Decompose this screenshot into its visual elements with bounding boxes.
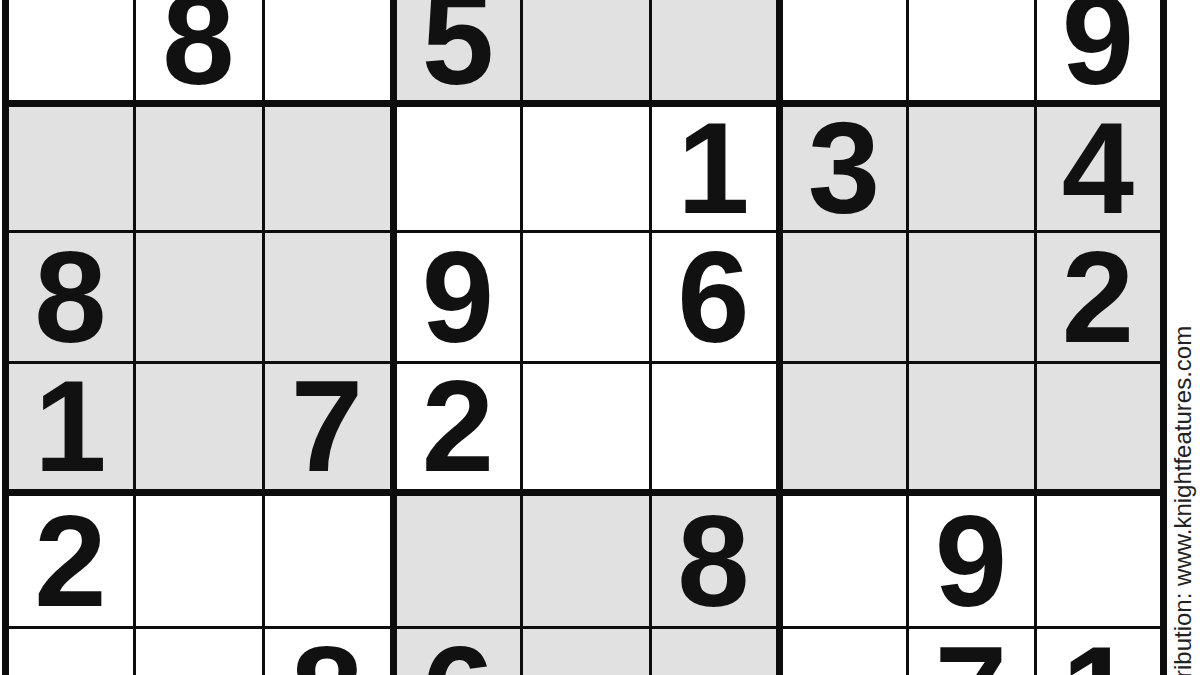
given-digit: 7 [291, 361, 363, 491]
cell-r3c3[interactable] [265, 233, 390, 361]
cell-r5c6[interactable]: 8 [652, 496, 776, 626]
given-digit: 9 [422, 232, 494, 362]
cell-r2c2[interactable] [136, 107, 262, 230]
cell-r3c9[interactable]: 2 [1037, 233, 1160, 361]
cell-r2c9[interactable]: 4 [1037, 107, 1160, 230]
cell-r4c9[interactable] [1037, 364, 1160, 489]
cell-r3c1[interactable]: 8 [9, 233, 133, 361]
given-digit: 9 [935, 496, 1007, 626]
cell-r1c7[interactable] [783, 0, 906, 100]
cell-r3c8[interactable] [909, 233, 1034, 361]
cell-r2c6[interactable]: 1 [652, 107, 776, 230]
cell-r5c7[interactable] [783, 496, 906, 626]
given-digit: 7 [935, 627, 1007, 675]
cell-r5c4[interactable] [397, 496, 520, 626]
cell-r1c2[interactable]: 8 [136, 0, 262, 100]
given-digit: 8 [677, 496, 749, 626]
given-digit: 2 [422, 361, 494, 491]
cell-r1c4[interactable]: 5 [397, 0, 520, 100]
given-digit: 1 [1062, 627, 1134, 675]
given-digit: 9 [1062, 0, 1134, 104]
cell-r1c8[interactable] [909, 0, 1034, 100]
cell-r6c9[interactable]: 1 [1037, 629, 1160, 675]
cell-r5c2[interactable] [136, 496, 262, 626]
cell-r5c9[interactable] [1037, 496, 1160, 626]
cell-r6c8[interactable]: 7 [909, 629, 1034, 675]
cell-r3c2[interactable] [136, 233, 262, 361]
given-digit: 2 [1062, 232, 1134, 362]
cell-r2c1[interactable] [9, 107, 133, 230]
given-digit: 2 [34, 496, 106, 626]
given-digit: 5 [422, 0, 494, 104]
given-digit: 8 [291, 627, 363, 675]
cell-r5c1[interactable]: 2 [9, 496, 133, 626]
given-digit: 8 [34, 232, 106, 362]
given-digit: 6 [422, 627, 494, 675]
cell-r2c7[interactable]: 3 [783, 107, 906, 230]
cell-r2c4[interactable] [397, 107, 520, 230]
cell-r5c8[interactable]: 9 [909, 496, 1034, 626]
given-digit: 4 [1062, 103, 1134, 233]
cell-r2c8[interactable] [909, 107, 1034, 230]
cell-r1c9[interactable]: 9 [1037, 0, 1160, 100]
cell-r1c3[interactable] [265, 0, 390, 100]
credit-text: ribution: www.knightfeatures.com [1170, 258, 1196, 675]
given-digit: 1 [677, 103, 749, 233]
cell-r6c6[interactable] [652, 629, 776, 675]
cell-r3c5[interactable] [523, 233, 649, 361]
given-digit: 1 [34, 361, 106, 491]
sudoku-board: 85913489621722898671 [2, 0, 1167, 675]
cell-r4c7[interactable] [783, 364, 906, 489]
cell-r4c5[interactable] [523, 364, 649, 489]
cell-r4c3[interactable]: 7 [265, 364, 390, 489]
cell-r6c5[interactable] [523, 629, 649, 675]
sudoku-screenshot: 85913489621722898671 ribution: www.knigh… [0, 0, 1200, 675]
given-digit: 3 [808, 103, 880, 233]
cell-r6c7[interactable] [783, 629, 906, 675]
cell-r1c1[interactable] [9, 0, 133, 100]
cell-r5c3[interactable] [265, 496, 390, 626]
cell-r6c1[interactable] [9, 629, 133, 675]
cell-r1c6[interactable] [652, 0, 776, 100]
cell-r6c3[interactable]: 8 [265, 629, 390, 675]
cell-r3c4[interactable]: 9 [397, 233, 520, 361]
cell-r4c8[interactable] [909, 364, 1034, 489]
cell-r1c5[interactable] [523, 0, 649, 100]
given-digit: 8 [162, 0, 234, 104]
cell-r4c4[interactable]: 2 [397, 364, 520, 489]
cell-r3c7[interactable] [783, 233, 906, 361]
cell-r5c5[interactable] [523, 496, 649, 626]
cell-r4c1[interactable]: 1 [9, 364, 133, 489]
given-digit: 6 [677, 232, 749, 362]
cell-r4c6[interactable] [652, 364, 776, 489]
cell-r2c3[interactable] [265, 107, 390, 230]
cell-r4c2[interactable] [136, 364, 262, 489]
cell-r2c5[interactable] [523, 107, 649, 230]
cell-r3c6[interactable]: 6 [652, 233, 776, 361]
cell-r6c2[interactable] [136, 629, 262, 675]
cell-r6c4[interactable]: 6 [397, 629, 520, 675]
